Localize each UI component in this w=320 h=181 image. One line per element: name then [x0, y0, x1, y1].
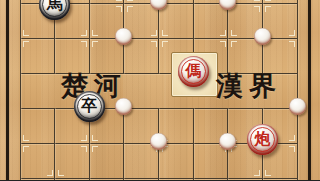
move-marker[interactable]: [254, 28, 271, 45]
board-right-border: [308, 0, 311, 180]
piece-red-horse[interactable]: 傌: [178, 56, 209, 87]
point-mark: [81, 30, 87, 36]
point-mark: [81, 146, 87, 152]
point-mark: [289, 135, 295, 141]
point-mark: [151, 41, 157, 47]
point-mark: [127, 6, 133, 12]
point-mark: [92, 135, 98, 141]
point-mark: [254, 170, 260, 176]
point-mark: [289, 41, 295, 47]
piece-black-soldier[interactable]: 卒: [74, 91, 105, 122]
piece-glyph: 炮: [254, 131, 270, 147]
point-mark: [265, 0, 271, 1]
piece-black-horse[interactable]: 馬: [39, 0, 70, 20]
point-mark: [116, 0, 122, 1]
point-mark: [151, 30, 157, 36]
point-mark: [92, 30, 98, 36]
point-mark: [116, 6, 122, 12]
piece-glyph: 卒: [81, 98, 97, 114]
point-mark: [58, 170, 64, 176]
grid-line: [297, 0, 298, 180]
grid-line: [227, 0, 228, 74]
point-mark: [289, 30, 295, 36]
point-mark: [81, 135, 87, 141]
point-mark: [220, 41, 226, 47]
grid-line: [89, 0, 90, 74]
grid-line: [123, 108, 124, 181]
move-marker[interactable]: [289, 98, 306, 115]
move-marker[interactable]: [115, 28, 132, 45]
move-marker[interactable]: [150, 133, 167, 150]
point-mark: [23, 30, 29, 36]
board-left-border: [6, 0, 9, 180]
point-mark: [127, 0, 133, 1]
river-label-han-jie: 漢界: [210, 71, 282, 101]
point-mark: [92, 146, 98, 152]
point-mark: [231, 41, 237, 47]
point-mark: [265, 6, 271, 12]
move-marker[interactable]: [150, 0, 167, 10]
move-marker[interactable]: [219, 0, 236, 10]
grid-line: [20, 0, 21, 180]
point-mark: [23, 146, 29, 152]
point-mark: [254, 0, 260, 1]
point-mark: [254, 6, 260, 12]
grid-line: [193, 108, 194, 181]
move-marker[interactable]: [115, 98, 132, 115]
point-mark: [92, 41, 98, 47]
point-mark: [81, 41, 87, 47]
point-mark: [162, 30, 168, 36]
point-mark: [23, 41, 29, 47]
point-mark: [23, 135, 29, 141]
xiangqi-board: 楚河 漢界 馬傌卒炮: [0, 0, 320, 180]
piece-red-cannon[interactable]: 炮: [247, 124, 278, 155]
point-mark: [231, 30, 237, 36]
piece-glyph: 馬: [47, 0, 63, 12]
piece-glyph: 傌: [185, 63, 201, 79]
point-mark: [162, 41, 168, 47]
grid-line: [54, 108, 55, 181]
grid-line: [158, 0, 159, 74]
point-mark: [220, 30, 226, 36]
point-mark: [289, 146, 295, 152]
point-mark: [265, 170, 271, 176]
point-mark: [47, 170, 53, 176]
